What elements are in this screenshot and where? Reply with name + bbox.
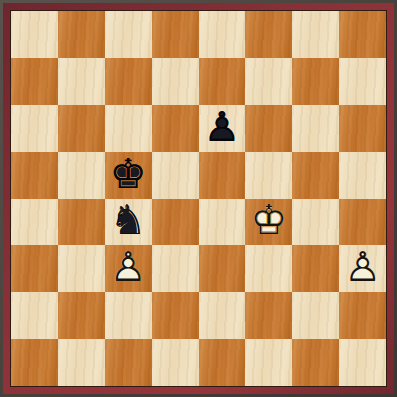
square-h8[interactable] [339, 11, 386, 58]
square-c2[interactable] [105, 292, 152, 339]
black-knight[interactable]: ♞♘ [105, 199, 152, 246]
square-h5[interactable] [339, 152, 386, 199]
pawn-glyph-outline: ♙ [339, 245, 386, 292]
square-f6[interactable] [245, 105, 292, 152]
square-e4[interactable] [199, 199, 246, 246]
square-f4[interactable]: ♚♔ [245, 199, 292, 246]
black-pawn[interactable]: ♟♙ [199, 105, 246, 152]
white-pawn[interactable]: ♟♙ [105, 245, 152, 292]
square-c7[interactable] [105, 58, 152, 105]
square-h7[interactable] [339, 58, 386, 105]
square-e1[interactable] [199, 339, 246, 386]
square-e8[interactable] [199, 11, 246, 58]
square-a1[interactable] [11, 339, 58, 386]
white-pawn[interactable]: ♟♙ [339, 245, 386, 292]
square-d7[interactable] [152, 58, 199, 105]
black-king[interactable]: ♚♔ [105, 152, 152, 199]
square-c6[interactable] [105, 105, 152, 152]
square-h3[interactable]: ♟♙ [339, 245, 386, 292]
square-f1[interactable] [245, 339, 292, 386]
square-a4[interactable] [11, 199, 58, 246]
square-b2[interactable] [58, 292, 105, 339]
square-g7[interactable] [292, 58, 339, 105]
square-c8[interactable] [105, 11, 152, 58]
square-b3[interactable] [58, 245, 105, 292]
square-d6[interactable] [152, 105, 199, 152]
square-f2[interactable] [245, 292, 292, 339]
square-c1[interactable] [105, 339, 152, 386]
square-b5[interactable] [58, 152, 105, 199]
square-d8[interactable] [152, 11, 199, 58]
square-e7[interactable] [199, 58, 246, 105]
pawn-glyph-outline: ♙ [105, 245, 152, 292]
square-a7[interactable] [11, 58, 58, 105]
square-g5[interactable] [292, 152, 339, 199]
square-h6[interactable] [339, 105, 386, 152]
square-b6[interactable] [58, 105, 105, 152]
square-d4[interactable] [152, 199, 199, 246]
chess-board: ♟♙♚♔♞♘♚♔♟♙♟♙ [10, 10, 387, 387]
square-d1[interactable] [152, 339, 199, 386]
square-a3[interactable] [11, 245, 58, 292]
square-h2[interactable] [339, 292, 386, 339]
square-a5[interactable] [11, 152, 58, 199]
square-e2[interactable] [199, 292, 246, 339]
square-g4[interactable] [292, 199, 339, 246]
square-e3[interactable] [199, 245, 246, 292]
square-d3[interactable] [152, 245, 199, 292]
square-c5[interactable]: ♚♔ [105, 152, 152, 199]
king-glyph-outline: ♔ [245, 199, 292, 246]
square-f5[interactable] [245, 152, 292, 199]
square-a2[interactable] [11, 292, 58, 339]
square-c4[interactable]: ♞♘ [105, 199, 152, 246]
pawn-glyph-outline: ♙ [199, 105, 246, 152]
square-h4[interactable] [339, 199, 386, 246]
square-d5[interactable] [152, 152, 199, 199]
king-glyph-outline: ♔ [105, 152, 152, 199]
square-g1[interactable] [292, 339, 339, 386]
square-b1[interactable] [58, 339, 105, 386]
square-e6[interactable]: ♟♙ [199, 105, 246, 152]
square-b7[interactable] [58, 58, 105, 105]
square-h1[interactable] [339, 339, 386, 386]
knight-glyph-outline: ♘ [105, 199, 152, 246]
square-c3[interactable]: ♟♙ [105, 245, 152, 292]
square-g2[interactable] [292, 292, 339, 339]
square-b8[interactable] [58, 11, 105, 58]
square-f3[interactable] [245, 245, 292, 292]
square-d2[interactable] [152, 292, 199, 339]
white-king[interactable]: ♚♔ [245, 199, 292, 246]
square-g3[interactable] [292, 245, 339, 292]
square-g8[interactable] [292, 11, 339, 58]
square-a6[interactable] [11, 105, 58, 152]
square-g6[interactable] [292, 105, 339, 152]
square-b4[interactable] [58, 199, 105, 246]
square-f8[interactable] [245, 11, 292, 58]
square-e5[interactable] [199, 152, 246, 199]
square-a8[interactable] [11, 11, 58, 58]
square-f7[interactable] [245, 58, 292, 105]
